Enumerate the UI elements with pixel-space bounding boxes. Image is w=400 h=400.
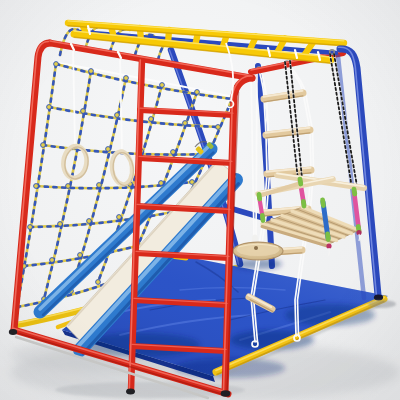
product-photo xyxy=(0,0,400,400)
vignette xyxy=(0,0,400,400)
play-gym-illustration xyxy=(0,0,400,400)
